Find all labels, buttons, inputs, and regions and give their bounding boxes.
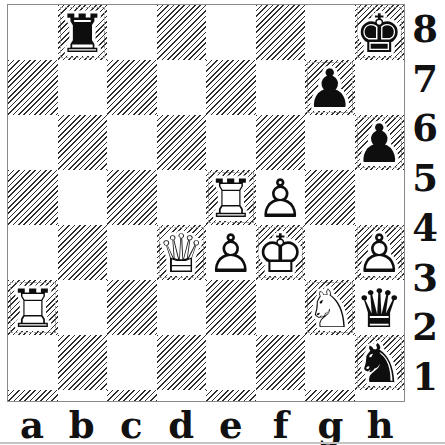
file-labels: abcdefgh	[7, 403, 405, 442]
square-c5	[107, 170, 157, 225]
square-d2	[157, 335, 207, 390]
square-c6	[107, 115, 157, 170]
square-a7	[8, 60, 58, 115]
square-b4	[58, 225, 108, 280]
square-g2	[305, 335, 355, 390]
black-pawn-g7: ♟♟	[306, 62, 354, 115]
square-g4	[305, 225, 355, 280]
square-a8	[8, 5, 58, 60]
square-f2	[256, 335, 306, 390]
square-g1	[305, 390, 355, 401]
chess-diagram: ♜♜♚♚♟♟♟♟♜♖♟♙♛♕♟♙♚♔♟♙♜♖♞♘♛♛♞♞ 87654321 ab…	[0, 0, 445, 445]
square-e1	[206, 390, 256, 401]
square-h8: ♚♚	[355, 5, 405, 60]
square-e2	[206, 335, 256, 390]
square-a2	[8, 335, 58, 390]
square-e4: ♟♙	[206, 225, 256, 280]
square-a4	[8, 225, 58, 280]
square-e6	[206, 115, 256, 170]
square-h4: ♟♙	[355, 225, 405, 280]
square-a6	[8, 115, 58, 170]
square-f5: ♟♙	[256, 170, 306, 225]
white-rook-icon: ♖	[207, 172, 255, 225]
white-pawn-icon: ♙	[207, 227, 255, 280]
square-f1	[256, 390, 306, 401]
file-label-c: c	[107, 403, 157, 445]
square-a3: ♜♖	[8, 280, 58, 335]
white-pawn-icon: ♙	[256, 172, 304, 225]
black-rook-b8: ♜♜	[58, 7, 106, 60]
square-e3	[206, 280, 256, 335]
square-g5	[305, 170, 355, 225]
black-queen-icon: ♛	[355, 282, 403, 335]
square-f7	[256, 60, 306, 115]
square-b1	[58, 390, 108, 401]
square-c8	[107, 5, 157, 60]
square-h6: ♟♟	[355, 115, 405, 170]
white-pawn-h4: ♟♙	[355, 227, 403, 280]
black-knight-h2: ♞♞	[355, 337, 403, 390]
square-f4: ♚♔	[256, 225, 306, 280]
black-rook-icon: ♜	[58, 7, 106, 60]
white-knight-g3: ♞♘	[306, 282, 354, 335]
square-b5	[58, 170, 108, 225]
square-f3	[256, 280, 306, 335]
square-g3: ♞♘	[305, 280, 355, 335]
white-queen-d4: ♛♕	[157, 227, 205, 280]
rank-label-8: 8	[405, 4, 445, 54]
white-pawn-f5: ♟♙	[256, 172, 304, 225]
square-c7	[107, 60, 157, 115]
rank-label-1: 1	[405, 352, 445, 402]
square-c3	[107, 280, 157, 335]
rank-label-7: 7	[405, 54, 445, 104]
rank-label-6: 6	[405, 104, 445, 154]
square-b8: ♜♜	[58, 5, 108, 60]
white-rook-e5: ♜♖	[207, 172, 255, 225]
square-h3: ♛♛	[355, 280, 405, 335]
file-label-a: a	[7, 403, 57, 445]
square-a5	[8, 170, 58, 225]
rank-label-5: 5	[405, 153, 445, 203]
rank-label-4: 4	[405, 203, 445, 253]
file-label-d: d	[156, 403, 206, 445]
white-rook-a3: ♜♖	[9, 282, 57, 335]
black-pawn-icon: ♟	[306, 62, 354, 115]
square-c1	[107, 390, 157, 401]
black-queen-h3: ♛♛	[355, 282, 403, 335]
file-label-g: g	[306, 403, 356, 445]
rank-labels: 87654321	[405, 4, 445, 402]
chess-board: ♜♜♚♚♟♟♟♟♜♖♟♙♛♕♟♙♚♔♟♙♜♖♞♘♛♛♞♞	[7, 4, 405, 402]
file-label-h: h	[355, 403, 405, 445]
square-d6	[157, 115, 207, 170]
black-pawn-h6: ♟♟	[355, 117, 403, 170]
square-d1	[157, 390, 207, 401]
square-d8	[157, 5, 207, 60]
square-b6	[58, 115, 108, 170]
square-b3	[58, 280, 108, 335]
black-pawn-icon: ♟	[355, 117, 403, 170]
square-e7	[206, 60, 256, 115]
square-e5: ♜♖	[206, 170, 256, 225]
white-queen-icon: ♕	[157, 227, 205, 280]
white-knight-icon: ♘	[306, 282, 354, 335]
square-h7	[355, 60, 405, 115]
file-label-b: b	[57, 403, 107, 445]
square-h2: ♞♞	[355, 335, 405, 390]
rank-label-2: 2	[405, 303, 445, 353]
black-king-icon: ♚	[355, 7, 403, 60]
square-h5	[355, 170, 405, 225]
square-f6	[256, 115, 306, 170]
square-c4	[107, 225, 157, 280]
bottom-rule	[0, 442, 445, 444]
white-pawn-icon: ♙	[355, 227, 403, 280]
file-label-e: e	[206, 403, 256, 445]
white-king-f4: ♚♔	[256, 227, 304, 280]
rank-label-3: 3	[405, 253, 445, 303]
square-e8	[206, 5, 256, 60]
square-d5	[157, 170, 207, 225]
square-g7: ♟♟	[305, 60, 355, 115]
square-d4: ♛♕	[157, 225, 207, 280]
white-rook-icon: ♖	[9, 282, 57, 335]
square-c2	[107, 335, 157, 390]
square-d7	[157, 60, 207, 115]
square-d3	[157, 280, 207, 335]
square-f8	[256, 5, 306, 60]
square-g6	[305, 115, 355, 170]
black-king-h8: ♚♚	[355, 7, 403, 60]
white-king-icon: ♔	[256, 227, 304, 280]
square-g8	[305, 5, 355, 60]
black-knight-icon: ♞	[355, 337, 403, 390]
square-b7	[58, 60, 108, 115]
square-b2	[58, 335, 108, 390]
file-label-f: f	[256, 403, 306, 445]
square-a1	[8, 390, 58, 401]
white-pawn-e4: ♟♙	[207, 227, 255, 280]
